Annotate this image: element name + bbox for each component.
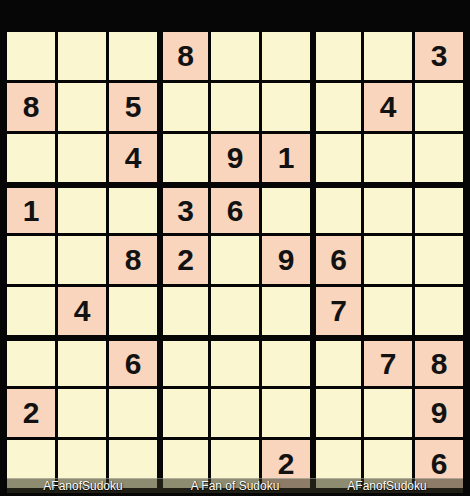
cell-r7c9-given[interactable]: 8 xyxy=(415,338,463,386)
cell-r3c4-empty[interactable] xyxy=(160,134,208,182)
cell-r2c7-empty[interactable] xyxy=(313,83,361,131)
cell-r6c9-empty[interactable] xyxy=(415,287,463,335)
cell-r2c8-given[interactable]: 4 xyxy=(364,83,412,131)
cell-r5c6-given[interactable]: 9 xyxy=(262,236,310,284)
cell-r1c3-empty[interactable] xyxy=(109,32,157,80)
cell-r7c1-empty[interactable] xyxy=(7,338,55,386)
cell-r6c2-given[interactable]: 4 xyxy=(58,287,106,335)
sudoku-grid: 838544911368296476782926 xyxy=(7,32,463,488)
cell-r7c4-empty[interactable] xyxy=(160,338,208,386)
cell-r3c8-empty[interactable] xyxy=(364,134,412,182)
cell-r6c8-empty[interactable] xyxy=(364,287,412,335)
cell-r8c1-given[interactable]: 2 xyxy=(7,389,55,437)
cell-r4c7-empty[interactable] xyxy=(313,185,361,233)
cell-r2c6-empty[interactable] xyxy=(262,83,310,131)
cell-r6c4-empty[interactable] xyxy=(160,287,208,335)
cell-r8c3-empty[interactable] xyxy=(109,389,157,437)
cell-r5c4-given[interactable]: 2 xyxy=(160,236,208,284)
cell-r4c1-given[interactable]: 1 xyxy=(7,185,55,233)
cell-r6c6-empty[interactable] xyxy=(262,287,310,335)
cell-r4c4-given[interactable]: 3 xyxy=(160,185,208,233)
cell-r4c8-empty[interactable] xyxy=(364,185,412,233)
cell-r2c4-empty[interactable] xyxy=(160,83,208,131)
watermark-center: A Fan of Sudoku xyxy=(159,480,311,493)
cell-r1c8-empty[interactable] xyxy=(364,32,412,80)
cell-r1c5-empty[interactable] xyxy=(211,32,259,80)
cell-r1c1-empty[interactable] xyxy=(7,32,55,80)
cell-r2c9-empty[interactable] xyxy=(415,83,463,131)
cell-r5c3-given[interactable]: 8 xyxy=(109,236,157,284)
cell-r1c4-given[interactable]: 8 xyxy=(160,32,208,80)
watermark-right: AFanofSudoku xyxy=(311,480,463,493)
cell-r8c5-empty[interactable] xyxy=(211,389,259,437)
watermark-bar: AFanofSudoku A Fan of Sudoku AFanofSudok… xyxy=(7,478,463,493)
cell-r1c7-empty[interactable] xyxy=(313,32,361,80)
cell-r7c2-empty[interactable] xyxy=(58,338,106,386)
cell-r8c6-empty[interactable] xyxy=(262,389,310,437)
cell-r7c8-given[interactable]: 7 xyxy=(364,338,412,386)
cell-r8c9-given[interactable]: 9 xyxy=(415,389,463,437)
cell-r6c1-empty[interactable] xyxy=(7,287,55,335)
cell-r4c5-given[interactable]: 6 xyxy=(211,185,259,233)
cell-r5c1-empty[interactable] xyxy=(7,236,55,284)
cell-r3c5-given[interactable]: 9 xyxy=(211,134,259,182)
cell-r2c5-empty[interactable] xyxy=(211,83,259,131)
cell-r4c6-empty[interactable] xyxy=(262,185,310,233)
cell-r5c9-empty[interactable] xyxy=(415,236,463,284)
cell-r6c7-given[interactable]: 7 xyxy=(313,287,361,335)
cell-r1c9-given[interactable]: 3 xyxy=(415,32,463,80)
cell-r2c2-empty[interactable] xyxy=(58,83,106,131)
cell-r6c5-empty[interactable] xyxy=(211,287,259,335)
cell-r7c5-empty[interactable] xyxy=(211,338,259,386)
cell-r5c7-given[interactable]: 6 xyxy=(313,236,361,284)
cell-r3c2-empty[interactable] xyxy=(58,134,106,182)
cell-r4c9-empty[interactable] xyxy=(415,185,463,233)
cell-r3c7-empty[interactable] xyxy=(313,134,361,182)
cell-r3c9-empty[interactable] xyxy=(415,134,463,182)
cell-r6c3-empty[interactable] xyxy=(109,287,157,335)
cell-r2c3-given[interactable]: 5 xyxy=(109,83,157,131)
cell-r1c6-empty[interactable] xyxy=(262,32,310,80)
cell-r8c4-empty[interactable] xyxy=(160,389,208,437)
cell-r5c5-empty[interactable] xyxy=(211,236,259,284)
watermark-left: AFanofSudoku xyxy=(7,480,159,493)
cell-r8c8-empty[interactable] xyxy=(364,389,412,437)
cell-r7c6-empty[interactable] xyxy=(262,338,310,386)
cell-r3c3-given[interactable]: 4 xyxy=(109,134,157,182)
cell-r4c2-empty[interactable] xyxy=(58,185,106,233)
cell-r1c2-empty[interactable] xyxy=(58,32,106,80)
cell-r3c1-empty[interactable] xyxy=(7,134,55,182)
cell-r5c8-empty[interactable] xyxy=(364,236,412,284)
cell-r7c7-empty[interactable] xyxy=(313,338,361,386)
cell-r3c6-given[interactable]: 1 xyxy=(262,134,310,182)
cell-r7c3-given[interactable]: 6 xyxy=(109,338,157,386)
cell-r8c2-empty[interactable] xyxy=(58,389,106,437)
sudoku-app: 838544911368296476782926 AFanofSudoku A … xyxy=(0,0,470,496)
cell-r8c7-empty[interactable] xyxy=(313,389,361,437)
cell-r5c2-empty[interactable] xyxy=(58,236,106,284)
cell-r2c1-given[interactable]: 8 xyxy=(7,83,55,131)
cell-r4c3-empty[interactable] xyxy=(109,185,157,233)
